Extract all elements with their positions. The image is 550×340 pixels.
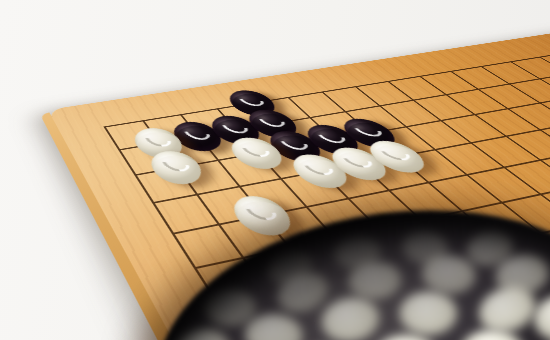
bowl-stone [400, 291, 458, 335]
bowl-stone [204, 288, 257, 327]
bowl-stone [420, 253, 477, 297]
bowl-stone [318, 293, 383, 340]
white-stone: ● [224, 192, 301, 239]
white-stone-glyph: ● [224, 192, 301, 239]
photo-canvas: ●●●●●●●●●●●●●● [0, 0, 550, 340]
